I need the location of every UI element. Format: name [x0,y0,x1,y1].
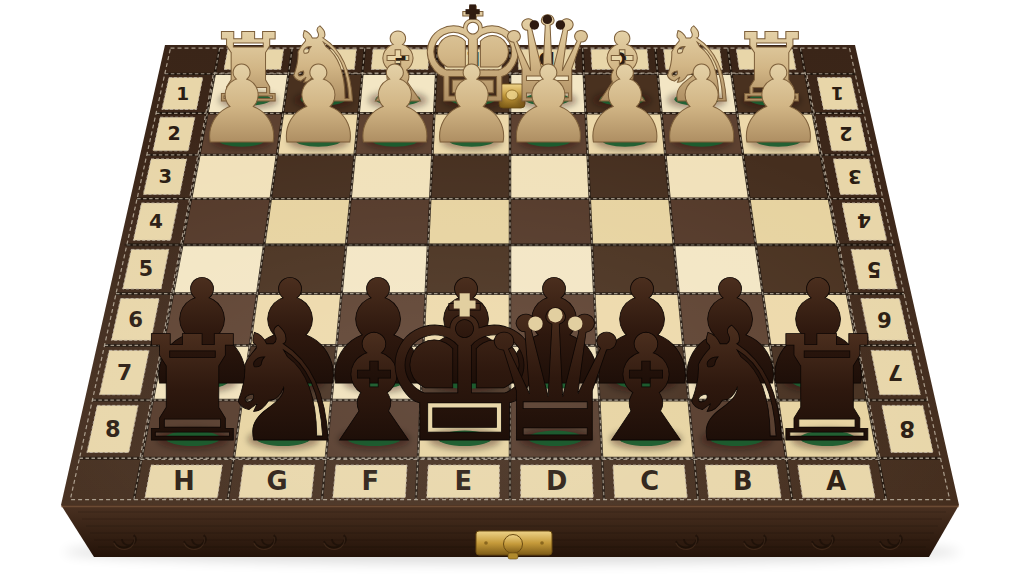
chess-set-photo: 11HH22GG33FF44EE55DD66CC77BB88AA♜♞♝♚♛♝♞♜… [0,0,1024,576]
clasp-knob [504,535,523,554]
queen-bead-finial [530,20,539,29]
clasp-knob-stem [508,553,518,559]
king-cross-finial [454,301,476,309]
queen-bead-finial [543,15,552,24]
photo-canvas: 11HH22GG33FF44EE55DD66CC77BB88AA♜♞♝♚♛♝♞♜… [0,0,1024,576]
queen-bead-finial [528,316,542,330]
piece-black-rook-a8: ♜ [762,304,893,474]
queen-bead-finial [556,20,565,29]
clasp-screw [540,541,544,545]
piece-white-pawn-a2: ♟ [730,43,826,167]
king-cross-finial [466,9,480,14]
clasp-screw [484,541,488,545]
queen-bead-finial [548,308,562,322]
